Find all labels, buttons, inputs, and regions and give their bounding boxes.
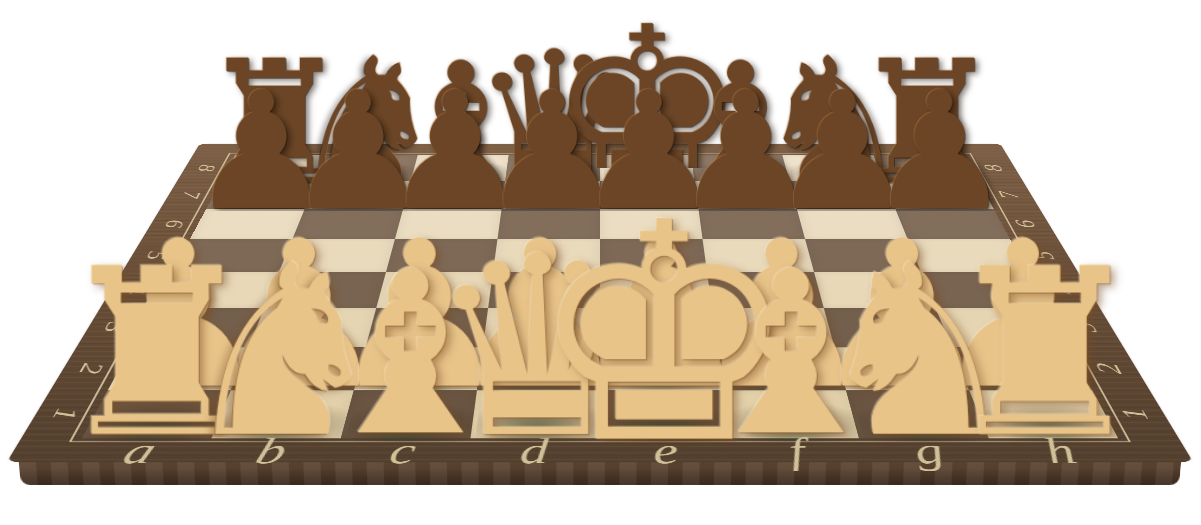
chess-board: ♜♞♝♛♚♝♞♜♟♟♟♟♟♟♟♟♟♟♟♟♟♟♟♟♜♞♝♛♚♝♞♜ abcdefg… (7, 144, 1194, 463)
file-labels: abcdefgh (69, 438, 1131, 462)
square-h1[interactable]: ♜ (969, 390, 1118, 438)
squares-grid: ♜♞♝♛♚♝♞♜♟♟♟♟♟♟♟♟♟♟♟♟♟♟♟♟♜♞♝♛♚♝♞♜ (82, 155, 1118, 438)
rank-label-right-8: 8 (977, 164, 1009, 171)
rank-label-left-8: 8 (191, 164, 223, 171)
chess-photo-scene: ♜♞♝♛♚♝♞♜♟♟♟♟♟♟♟♟♟♟♟♟♟♟♟♟♜♞♝♛♚♝♞♜ abcdefg… (0, 0, 1201, 525)
